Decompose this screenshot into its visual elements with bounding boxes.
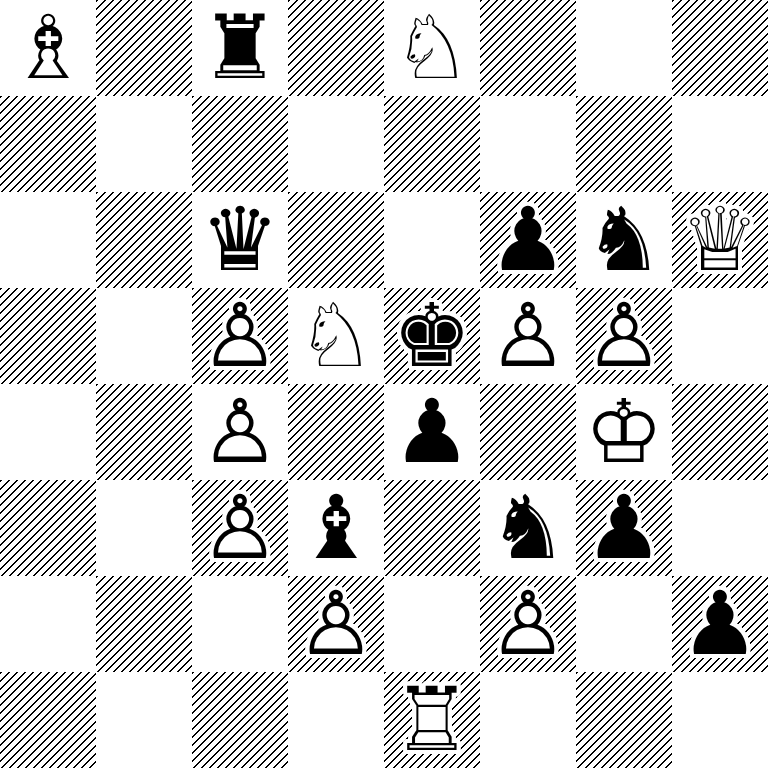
square-c1[interactable]: [192, 672, 288, 768]
square-b1[interactable]: [96, 672, 192, 768]
black-king-icon: ♚: [384, 288, 480, 384]
square-h3[interactable]: [672, 480, 768, 576]
square-e8[interactable]: ♞♘: [384, 0, 480, 96]
white-pawn-icon: ♙: [192, 288, 288, 384]
square-g4[interactable]: ♚♔: [576, 384, 672, 480]
square-b6[interactable]: [96, 192, 192, 288]
square-e5[interactable]: ♚♚: [384, 288, 480, 384]
piece-black-knight[interactable]: ♞♞: [576, 192, 672, 288]
square-b3[interactable]: [96, 480, 192, 576]
piece-black-bishop[interactable]: ♝♝: [288, 480, 384, 576]
square-h2[interactable]: ♟♟: [672, 576, 768, 672]
white-king-icon: ♔: [576, 384, 672, 480]
square-e1[interactable]: ♜♖: [384, 672, 480, 768]
piece-black-queen[interactable]: ♛♛: [192, 192, 288, 288]
square-g7[interactable]: [576, 96, 672, 192]
piece-white-pawn[interactable]: ♟♙: [576, 288, 672, 384]
piece-white-pawn[interactable]: ♟♙: [480, 576, 576, 672]
piece-black-pawn[interactable]: ♟♟: [480, 192, 576, 288]
black-knight-icon: ♞: [576, 192, 672, 288]
square-b5[interactable]: [96, 288, 192, 384]
piece-white-pawn[interactable]: ♟♙: [192, 480, 288, 576]
square-h5[interactable]: [672, 288, 768, 384]
black-pawn-icon: ♟: [576, 480, 672, 576]
square-b4[interactable]: [96, 384, 192, 480]
black-pawn-icon: ♟: [480, 192, 576, 288]
square-a3[interactable]: [0, 480, 96, 576]
square-e7[interactable]: [384, 96, 480, 192]
piece-black-knight[interactable]: ♞♞: [480, 480, 576, 576]
square-c5[interactable]: ♟♙: [192, 288, 288, 384]
square-b7[interactable]: [96, 96, 192, 192]
square-a2[interactable]: [0, 576, 96, 672]
square-a1[interactable]: [0, 672, 96, 768]
square-d6[interactable]: [288, 192, 384, 288]
black-pawn-icon: ♟: [672, 576, 768, 672]
white-pawn-icon: ♙: [480, 576, 576, 672]
piece-white-bishop[interactable]: ♝♗: [0, 0, 96, 96]
white-queen-icon: ♕: [672, 192, 768, 288]
square-f5[interactable]: ♟♙: [480, 288, 576, 384]
square-f3[interactable]: ♞♞: [480, 480, 576, 576]
square-a7[interactable]: [0, 96, 96, 192]
white-rook-icon: ♖: [384, 672, 480, 768]
square-h6[interactable]: ♛♕: [672, 192, 768, 288]
square-d1[interactable]: [288, 672, 384, 768]
square-f1[interactable]: [480, 672, 576, 768]
square-e4[interactable]: ♟♟: [384, 384, 480, 480]
piece-white-pawn[interactable]: ♟♙: [192, 384, 288, 480]
black-bishop-icon: ♝: [288, 480, 384, 576]
square-h4[interactable]: [672, 384, 768, 480]
piece-black-pawn[interactable]: ♟♟: [576, 480, 672, 576]
black-queen-icon: ♛: [192, 192, 288, 288]
white-pawn-icon: ♙: [576, 288, 672, 384]
square-d3[interactable]: ♝♝: [288, 480, 384, 576]
square-h8[interactable]: [672, 0, 768, 96]
square-c2[interactable]: [192, 576, 288, 672]
square-e3[interactable]: [384, 480, 480, 576]
square-f2[interactable]: ♟♙: [480, 576, 576, 672]
piece-white-queen[interactable]: ♛♕: [672, 192, 768, 288]
piece-white-pawn[interactable]: ♟♙: [288, 576, 384, 672]
square-d8[interactable]: [288, 0, 384, 96]
piece-white-knight[interactable]: ♞♘: [288, 288, 384, 384]
square-f7[interactable]: [480, 96, 576, 192]
square-f8[interactable]: [480, 0, 576, 96]
piece-white-king[interactable]: ♚♔: [576, 384, 672, 480]
square-c3[interactable]: ♟♙: [192, 480, 288, 576]
black-knight-icon: ♞: [480, 480, 576, 576]
square-c4[interactable]: ♟♙: [192, 384, 288, 480]
piece-white-rook[interactable]: ♜♖: [384, 672, 480, 768]
square-c6[interactable]: ♛♛: [192, 192, 288, 288]
black-pawn-icon: ♟: [384, 384, 480, 480]
square-h1[interactable]: [672, 672, 768, 768]
white-pawn-icon: ♙: [192, 384, 288, 480]
piece-white-knight[interactable]: ♞♘: [384, 0, 480, 96]
square-a4[interactable]: [0, 384, 96, 480]
piece-white-pawn[interactable]: ♟♙: [192, 288, 288, 384]
piece-black-pawn[interactable]: ♟♟: [384, 384, 480, 480]
white-knight-icon: ♘: [288, 288, 384, 384]
piece-black-pawn[interactable]: ♟♟: [672, 576, 768, 672]
piece-black-rook[interactable]: ♜♜: [192, 0, 288, 96]
square-a8[interactable]: ♝♗: [0, 0, 96, 96]
square-c7[interactable]: [192, 96, 288, 192]
square-a5[interactable]: [0, 288, 96, 384]
square-g2[interactable]: [576, 576, 672, 672]
black-rook-icon: ♜: [192, 0, 288, 96]
square-g6[interactable]: ♞♞: [576, 192, 672, 288]
square-g1[interactable]: [576, 672, 672, 768]
square-a6[interactable]: [0, 192, 96, 288]
square-g3[interactable]: ♟♟: [576, 480, 672, 576]
white-pawn-icon: ♙: [288, 576, 384, 672]
square-d2[interactable]: ♟♙: [288, 576, 384, 672]
square-d4[interactable]: [288, 384, 384, 480]
piece-white-pawn[interactable]: ♟♙: [480, 288, 576, 384]
piece-black-king[interactable]: ♚♚: [384, 288, 480, 384]
chessboard: ♝♗♜♜♞♘♛♛♟♟♞♞♛♕♟♙♞♘♚♚♟♙♟♙♟♙♟♟♚♔♟♙♝♝♞♞♟♟♟♙…: [0, 0, 768, 768]
square-b8[interactable]: [96, 0, 192, 96]
square-d5[interactable]: ♞♘: [288, 288, 384, 384]
white-bishop-icon: ♗: [0, 0, 96, 96]
white-pawn-icon: ♙: [480, 288, 576, 384]
square-e6[interactable]: [384, 192, 480, 288]
square-f6[interactable]: ♟♟: [480, 192, 576, 288]
square-g5[interactable]: ♟♙: [576, 288, 672, 384]
square-d7[interactable]: [288, 96, 384, 192]
square-b2[interactable]: [96, 576, 192, 672]
square-e2[interactable]: [384, 576, 480, 672]
white-knight-icon: ♘: [384, 0, 480, 96]
white-pawn-icon: ♙: [192, 480, 288, 576]
square-f4[interactable]: [480, 384, 576, 480]
square-h7[interactable]: [672, 96, 768, 192]
square-g8[interactable]: [576, 0, 672, 96]
square-c8[interactable]: ♜♜: [192, 0, 288, 96]
